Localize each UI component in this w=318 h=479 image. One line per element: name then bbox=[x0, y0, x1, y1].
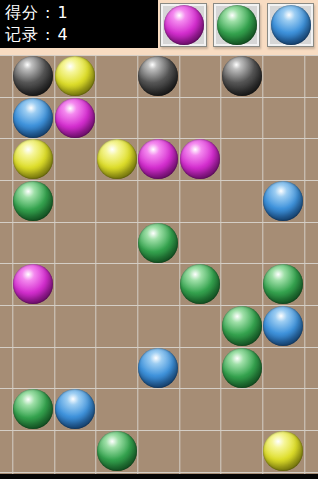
next-ball-box-3 bbox=[267, 3, 314, 47]
ball-yellow[interactable] bbox=[97, 139, 137, 179]
record-text: 记录 : 4 bbox=[5, 24, 158, 46]
ball-magenta[interactable] bbox=[13, 264, 53, 304]
ball-magenta[interactable] bbox=[180, 139, 220, 179]
ball-green[interactable] bbox=[97, 431, 137, 471]
ball-yellow[interactable] bbox=[263, 431, 303, 471]
ball-green[interactable] bbox=[222, 348, 262, 388]
next-ball-box-2 bbox=[213, 3, 260, 47]
ball-blue[interactable] bbox=[263, 306, 303, 346]
score-panel: 得分 : 1 记录 : 4 bbox=[0, 0, 158, 48]
ball-green[interactable] bbox=[180, 264, 220, 304]
ball-blue[interactable] bbox=[55, 389, 95, 429]
next-ball-2 bbox=[217, 5, 257, 45]
ball-green[interactable] bbox=[13, 389, 53, 429]
next-ball-3 bbox=[271, 5, 311, 45]
bottom-strip bbox=[0, 474, 318, 479]
ball-magenta[interactable] bbox=[55, 98, 95, 138]
ball-green[interactable] bbox=[263, 264, 303, 304]
game-screen: 得分 : 1 记录 : 4 bbox=[0, 0, 318, 479]
ball-black[interactable] bbox=[13, 56, 53, 96]
ball-black[interactable] bbox=[138, 56, 178, 96]
ball-green[interactable] bbox=[138, 223, 178, 263]
next-ball-1 bbox=[164, 5, 204, 45]
ball-yellow[interactable] bbox=[13, 139, 53, 179]
ball-blue[interactable] bbox=[13, 98, 53, 138]
ball-black[interactable] bbox=[222, 56, 262, 96]
ball-magenta[interactable] bbox=[138, 139, 178, 179]
ball-blue[interactable] bbox=[138, 348, 178, 388]
ball-blue[interactable] bbox=[263, 181, 303, 221]
ball-green[interactable] bbox=[222, 306, 262, 346]
board[interactable] bbox=[0, 55, 318, 474]
ball-yellow[interactable] bbox=[55, 56, 95, 96]
score-text: 得分 : 1 bbox=[5, 2, 158, 24]
ball-green[interactable] bbox=[13, 181, 53, 221]
top-bar: 得分 : 1 记录 : 4 bbox=[0, 0, 318, 55]
next-ball-box-1 bbox=[160, 3, 207, 47]
